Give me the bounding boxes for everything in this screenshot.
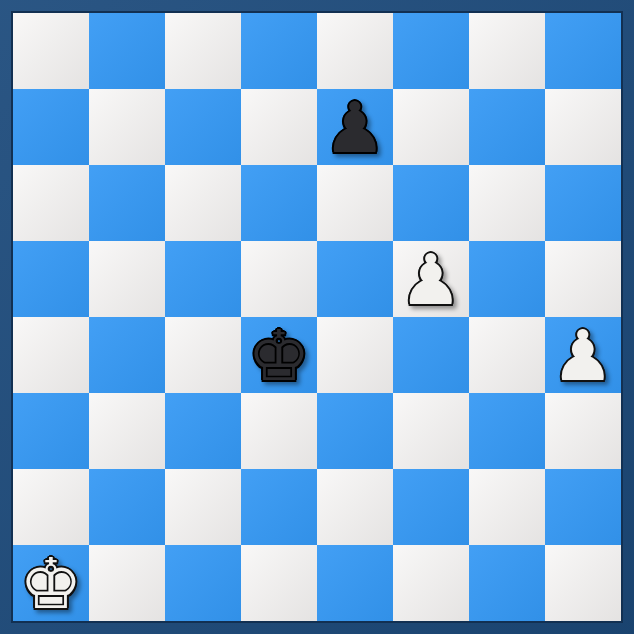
square-c8[interactable] <box>165 13 241 89</box>
black-king[interactable]: ♚ <box>248 321 311 391</box>
square-f4[interactable] <box>393 317 469 393</box>
square-b4[interactable] <box>89 317 165 393</box>
square-b1[interactable] <box>89 545 165 621</box>
square-b8[interactable] <box>89 13 165 89</box>
square-e4[interactable] <box>317 317 393 393</box>
square-c6[interactable] <box>165 165 241 241</box>
square-h6[interactable] <box>545 165 621 241</box>
square-h8[interactable] <box>545 13 621 89</box>
white-pawn[interactable]: ♟ <box>552 321 615 391</box>
square-g8[interactable] <box>469 13 545 89</box>
square-g3[interactable] <box>469 393 545 469</box>
black-pawn[interactable]: ♟ <box>324 93 387 163</box>
square-g7[interactable] <box>469 89 545 165</box>
square-f8[interactable] <box>393 13 469 89</box>
white-king[interactable]: ♚ <box>20 549 83 619</box>
square-e1[interactable] <box>317 545 393 621</box>
square-b6[interactable] <box>89 165 165 241</box>
square-h3[interactable] <box>545 393 621 469</box>
square-d6[interactable] <box>241 165 317 241</box>
square-h4[interactable]: ♟ <box>545 317 621 393</box>
square-h2[interactable] <box>545 469 621 545</box>
square-a6[interactable] <box>13 165 89 241</box>
square-g2[interactable] <box>469 469 545 545</box>
square-a1[interactable]: ♚ <box>13 545 89 621</box>
square-a8[interactable] <box>13 13 89 89</box>
square-f2[interactable] <box>393 469 469 545</box>
board-frame: ♟♟♚♟♚ <box>0 0 634 634</box>
square-e5[interactable] <box>317 241 393 317</box>
square-d3[interactable] <box>241 393 317 469</box>
square-c4[interactable] <box>165 317 241 393</box>
square-e6[interactable] <box>317 165 393 241</box>
square-a3[interactable] <box>13 393 89 469</box>
square-b7[interactable] <box>89 89 165 165</box>
chess-board: ♟♟♚♟♚ <box>13 13 621 621</box>
square-a5[interactable] <box>13 241 89 317</box>
square-d5[interactable] <box>241 241 317 317</box>
square-e3[interactable] <box>317 393 393 469</box>
square-f1[interactable] <box>393 545 469 621</box>
square-d4[interactable]: ♚ <box>241 317 317 393</box>
square-d1[interactable] <box>241 545 317 621</box>
square-a2[interactable] <box>13 469 89 545</box>
square-c3[interactable] <box>165 393 241 469</box>
square-a4[interactable] <box>13 317 89 393</box>
square-b5[interactable] <box>89 241 165 317</box>
square-b2[interactable] <box>89 469 165 545</box>
square-f5[interactable]: ♟ <box>393 241 469 317</box>
square-h1[interactable] <box>545 545 621 621</box>
square-g5[interactable] <box>469 241 545 317</box>
square-c1[interactable] <box>165 545 241 621</box>
square-c7[interactable] <box>165 89 241 165</box>
square-d2[interactable] <box>241 469 317 545</box>
square-d7[interactable] <box>241 89 317 165</box>
square-g1[interactable] <box>469 545 545 621</box>
square-e8[interactable] <box>317 13 393 89</box>
square-c2[interactable] <box>165 469 241 545</box>
square-f6[interactable] <box>393 165 469 241</box>
square-a7[interactable] <box>13 89 89 165</box>
square-h5[interactable] <box>545 241 621 317</box>
square-c5[interactable] <box>165 241 241 317</box>
square-d8[interactable] <box>241 13 317 89</box>
square-f7[interactable] <box>393 89 469 165</box>
square-b3[interactable] <box>89 393 165 469</box>
square-e2[interactable] <box>317 469 393 545</box>
square-g4[interactable] <box>469 317 545 393</box>
square-g6[interactable] <box>469 165 545 241</box>
square-h7[interactable] <box>545 89 621 165</box>
square-f3[interactable] <box>393 393 469 469</box>
square-e7[interactable]: ♟ <box>317 89 393 165</box>
white-pawn[interactable]: ♟ <box>400 245 463 315</box>
